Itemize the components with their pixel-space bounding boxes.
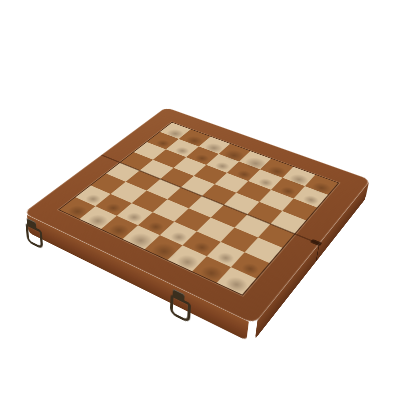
square-h5	[270, 211, 306, 234]
square-c1	[101, 215, 138, 238]
square-h6	[282, 198, 317, 220]
square-b2	[96, 194, 132, 216]
piece-shadow	[219, 273, 254, 297]
square-g3	[221, 228, 258, 252]
square-a1	[60, 197, 96, 219]
square-e1	[145, 235, 183, 260]
piece-shadow	[102, 221, 135, 242]
piece-shadow	[122, 229, 160, 253]
piece-shadow	[170, 251, 204, 274]
square-e2	[160, 221, 197, 245]
square-d1	[122, 225, 160, 249]
square-h1	[217, 267, 257, 295]
square-f4	[211, 205, 247, 228]
product-photo-scene: ♜♞♝♛♚♝♞♜♟♟♟♟♟♟♟♟♟♟♟♟♟♟♟♟♜♞♝♛♚♝♞♜	[0, 0, 400, 400]
square-b1	[80, 206, 117, 229]
piece-shadow	[189, 239, 215, 256]
clasp-ring-icon	[169, 293, 190, 323]
square-g5	[247, 202, 282, 224]
square-f2	[183, 231, 221, 256]
clasp-front	[168, 287, 187, 324]
square-d2	[138, 212, 175, 235]
square-d3	[153, 199, 189, 221]
piece-shadow	[101, 201, 125, 216]
square-h4	[258, 224, 295, 248]
piece-shadow	[144, 239, 184, 265]
chess-box: ♜♞♝♛♚♝♞♜♟♟♟♟♟♟♟♟♟♟♟♟♟♟♟♟♜♞♝♛♚♝♞♜	[23, 107, 371, 324]
piece-shadow	[61, 202, 93, 221]
clasp-ring-icon	[26, 223, 44, 250]
piece-shadow	[144, 219, 169, 235]
piece-shadow	[213, 250, 239, 267]
square-c2	[117, 203, 153, 225]
square-g4	[234, 214, 270, 237]
square-h2	[231, 252, 270, 278]
square-g1	[192, 256, 231, 283]
square-h3	[245, 238, 283, 263]
square-e4	[189, 196, 224, 218]
piece-shadow	[81, 211, 113, 231]
board-top-surface	[23, 107, 371, 324]
piece-shadow	[122, 210, 147, 225]
piece-shadow	[237, 260, 263, 278]
piece-shadow	[166, 229, 191, 245]
square-f3	[197, 218, 234, 242]
square-g2	[206, 241, 244, 266]
square-e3	[175, 208, 211, 231]
clasp-left	[24, 217, 40, 251]
piece-shadow	[194, 262, 228, 286]
fold-seam-side	[316, 243, 320, 262]
square-f1	[168, 245, 207, 271]
